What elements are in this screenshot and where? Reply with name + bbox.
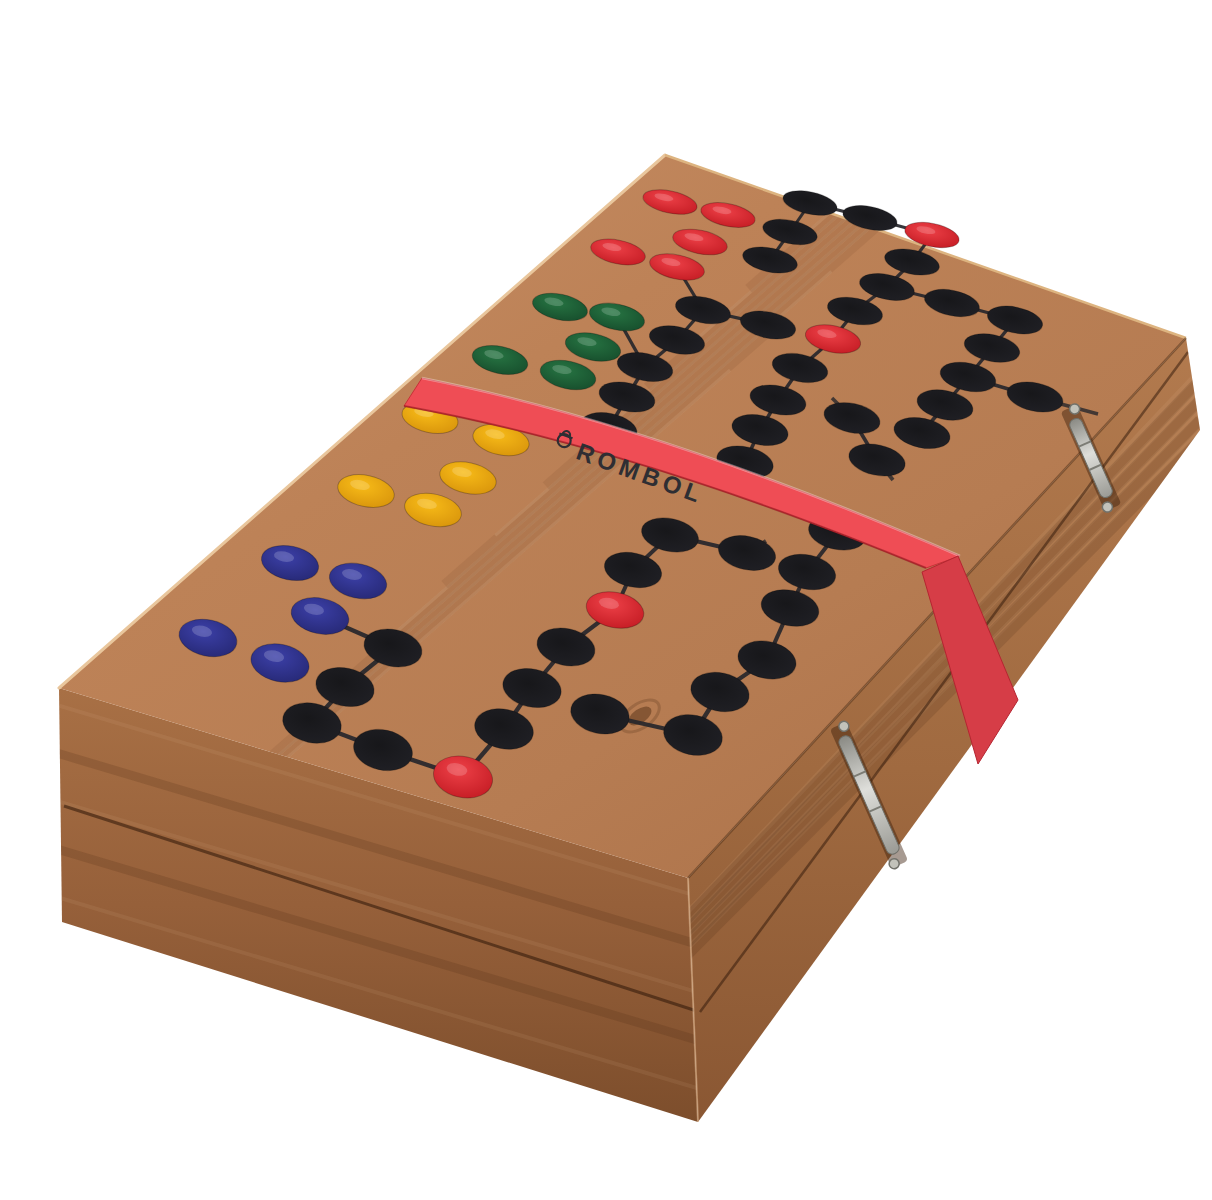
grain-streak: [40, 1084, 710, 1200]
grain-streak: [799, 0, 1212, 239]
product-photo-barricade-box: ROMBOL: [0, 0, 1212, 1200]
game-board-scene: ROMBOL: [0, 0, 1212, 1200]
grain-streak: [850, 0, 1212, 190]
